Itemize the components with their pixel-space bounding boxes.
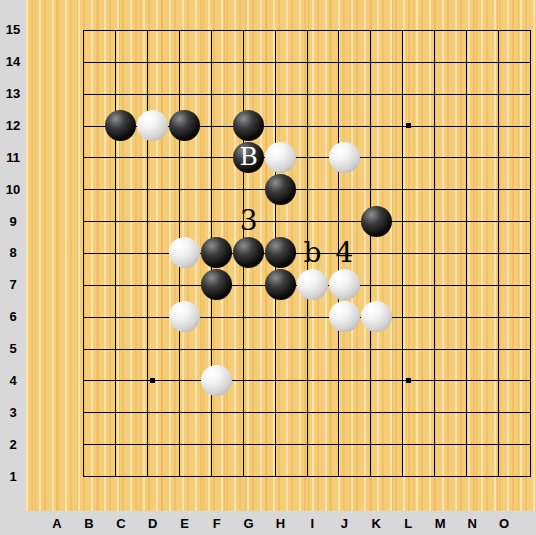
row-label-12: 12	[0, 110, 26, 142]
col-label-O: O	[488, 511, 520, 535]
star-point-D4	[150, 378, 155, 383]
white-stone-D12[interactable]	[137, 110, 168, 141]
col-label-F: F	[201, 511, 233, 535]
row-label-5: 5	[0, 333, 26, 365]
col-label-A: A	[41, 511, 73, 535]
star-point-L12	[406, 123, 411, 128]
white-stone-J6[interactable]	[329, 301, 360, 332]
col-label-M: M	[424, 511, 456, 535]
black-stone-G12[interactable]	[233, 110, 264, 141]
black-stone-E12[interactable]	[169, 110, 200, 141]
stones-layer: B3b4	[41, 14, 520, 492]
col-label-N: N	[456, 511, 488, 535]
black-stone-C12[interactable]	[105, 110, 136, 141]
white-stone-I7[interactable]	[297, 269, 328, 300]
black-stone-H7[interactable]	[265, 269, 296, 300]
white-stone-K6[interactable]	[361, 301, 392, 332]
col-label-H: H	[265, 511, 297, 535]
row-label-11: 11	[0, 141, 26, 173]
row-label-1: 1	[0, 460, 26, 492]
star-point-L4	[406, 378, 411, 383]
black-stone-H10[interactable]	[265, 174, 296, 205]
black-stone-K9[interactable]	[361, 206, 392, 237]
black-stone-G11[interactable]: B	[233, 142, 264, 173]
white-stone-E8[interactable]	[169, 237, 200, 268]
row-label-7: 7	[0, 269, 26, 301]
stone-label-G11: B	[239, 144, 257, 169]
white-stone-E6[interactable]	[169, 301, 200, 332]
row-label-13: 13	[0, 78, 26, 110]
col-label-G: G	[233, 511, 265, 535]
column-coordinates: ABCDEFGHIJKLMNO	[41, 511, 520, 535]
col-label-J: J	[328, 511, 360, 535]
point-label-G9[interactable]: 3	[233, 205, 265, 237]
white-stone-J7[interactable]	[329, 269, 360, 300]
white-stone-H11[interactable]	[265, 142, 296, 173]
go-diagram: B3b4 151413121110987654321 ABCDEFGHIJKLM…	[0, 0, 536, 535]
black-stone-F8[interactable]	[201, 237, 232, 268]
col-label-C: C	[105, 511, 137, 535]
col-label-I: I	[296, 511, 328, 535]
col-label-D: D	[137, 511, 169, 535]
white-stone-J11[interactable]	[329, 142, 360, 173]
col-label-K: K	[360, 511, 392, 535]
row-label-8: 8	[0, 237, 26, 269]
row-label-14: 14	[0, 46, 26, 78]
black-stone-F7[interactable]	[201, 269, 232, 300]
row-label-3: 3	[0, 396, 26, 428]
row-label-10: 10	[0, 173, 26, 205]
col-label-L: L	[392, 511, 424, 535]
row-label-2: 2	[0, 428, 26, 460]
point-label-J8[interactable]: 4	[328, 237, 360, 269]
col-label-E: E	[169, 511, 201, 535]
point-label-I8[interactable]: b	[296, 237, 328, 269]
col-label-B: B	[73, 511, 105, 535]
row-label-6: 6	[0, 301, 26, 333]
black-stone-G8[interactable]	[233, 237, 264, 268]
row-coordinates: 151413121110987654321	[0, 14, 26, 492]
row-label-15: 15	[0, 14, 26, 46]
row-label-4: 4	[0, 365, 26, 397]
black-stone-H8[interactable]	[265, 237, 296, 268]
row-label-9: 9	[0, 205, 26, 237]
white-stone-F4[interactable]	[201, 365, 232, 396]
